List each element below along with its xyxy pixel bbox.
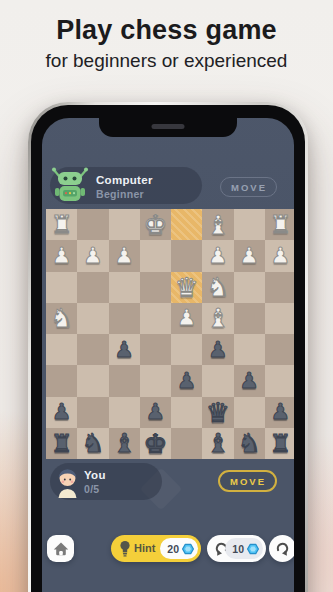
square-g7[interactable]	[77, 397, 108, 428]
square-a7[interactable]: ♟	[265, 397, 294, 428]
square-a8[interactable]: ♜	[265, 428, 294, 459]
square-g3[interactable]	[77, 272, 108, 303]
square-c7[interactable]: ♛	[202, 397, 233, 428]
black-pawn: ♟	[239, 370, 259, 392]
refresh-icon	[275, 541, 290, 556]
hint-button[interactable]: Hint 20	[111, 535, 201, 562]
robot-avatar	[50, 164, 90, 206]
square-a1[interactable]: ♜	[265, 209, 294, 240]
white-king: ♚	[143, 211, 167, 238]
white-pawn: ♟	[83, 245, 103, 267]
hint-cost: 20	[167, 543, 179, 555]
square-e2[interactable]	[140, 240, 171, 271]
square-b5[interactable]	[234, 334, 265, 365]
square-d8[interactable]	[171, 428, 202, 459]
square-b8[interactable]: ♞	[234, 428, 265, 459]
square-d7[interactable]	[171, 397, 202, 428]
square-h8[interactable]: ♜	[46, 428, 77, 459]
square-d1[interactable]	[171, 209, 202, 240]
player-top-name: Computer	[96, 174, 153, 186]
square-h1[interactable]: ♜	[46, 209, 77, 240]
square-f6[interactable]	[109, 365, 140, 396]
white-pawn: ♟	[208, 245, 228, 267]
square-h2[interactable]: ♟	[46, 240, 77, 271]
black-pawn: ♟	[146, 401, 166, 423]
page-subtitle: for beginners or experienced	[0, 50, 333, 72]
header: Play chess game for beginners or experie…	[0, 0, 333, 72]
square-b6[interactable]: ♟	[234, 365, 265, 396]
square-d3[interactable]: ♛	[171, 272, 202, 303]
square-e4[interactable]	[140, 303, 171, 334]
white-bishop: ♝	[206, 212, 229, 238]
square-h5[interactable]	[46, 334, 77, 365]
white-pawn: ♟	[271, 245, 291, 267]
phone-notch	[99, 118, 237, 137]
square-g6[interactable]	[77, 365, 108, 396]
square-e5[interactable]	[140, 334, 171, 365]
square-h7[interactable]: ♟	[46, 397, 77, 428]
square-g5[interactable]	[77, 334, 108, 365]
white-queen: ♛	[175, 274, 199, 301]
black-pawn: ♟	[208, 339, 228, 361]
square-f2[interactable]: ♟	[109, 240, 140, 271]
phone-bezel: Computer Beginner MOVE ♜♚♝♜♟♟♟♟♟♟♛♞♞♟♝♟♟…	[31, 105, 305, 592]
black-knight: ♞	[237, 430, 260, 456]
square-f1[interactable]	[109, 209, 140, 240]
black-pawn: ♟	[114, 339, 134, 361]
square-a6[interactable]	[265, 365, 294, 396]
square-d6[interactable]: ♟	[171, 365, 202, 396]
page-title: Play chess game	[0, 15, 333, 46]
square-c3[interactable]: ♞	[202, 272, 233, 303]
white-knight: ♞	[206, 274, 229, 300]
phone-frame: Computer Beginner MOVE ♜♚♝♜♟♟♟♟♟♟♛♞♞♟♝♟♟…	[28, 102, 308, 592]
square-h6[interactable]	[46, 365, 77, 396]
square-f8[interactable]: ♝	[109, 428, 140, 459]
black-pawn: ♟	[177, 370, 197, 392]
square-g8[interactable]: ♞	[77, 428, 108, 459]
white-pawn: ♟	[52, 245, 72, 267]
home-button[interactable]	[47, 535, 74, 562]
app-screen: Computer Beginner MOVE ♜♚♝♜♟♟♟♟♟♟♛♞♞♟♝♟♟…	[42, 118, 294, 592]
square-d2[interactable]	[171, 240, 202, 271]
black-knight: ♞	[81, 430, 104, 456]
phone-speaker	[152, 124, 185, 129]
lightbulb-icon	[119, 540, 131, 557]
square-b4[interactable]	[234, 303, 265, 334]
white-pawn: ♟	[114, 245, 134, 267]
player-bottom-score: 0/5	[84, 483, 100, 495]
white-rook: ♜	[50, 212, 72, 237]
player-bottom-name: You	[84, 469, 106, 481]
white-knight: ♞	[50, 305, 73, 331]
chess-board: ♜♚♝♜♟♟♟♟♟♟♛♞♞♟♝♟♟♟♟♟♟♛♟♜♞♝♚♝♞♜	[46, 209, 294, 459]
black-pawn: ♟	[271, 401, 291, 423]
square-f5[interactable]: ♟	[109, 334, 140, 365]
player-top-level: Beginner	[96, 188, 144, 200]
square-a5[interactable]	[265, 334, 294, 365]
black-bishop: ♝	[112, 430, 135, 456]
gem-icon	[181, 542, 195, 556]
square-c5[interactable]: ♟	[202, 334, 233, 365]
hint-cost-pill: 20	[160, 538, 198, 559]
square-c8[interactable]: ♝	[202, 428, 233, 459]
square-g1[interactable]	[77, 209, 108, 240]
undo-cost-pill: 10	[225, 538, 263, 559]
square-e3[interactable]	[140, 272, 171, 303]
square-c2[interactable]: ♟	[202, 240, 233, 271]
black-bishop: ♝	[206, 430, 229, 456]
square-a3[interactable]	[265, 272, 294, 303]
square-a4[interactable]	[265, 303, 294, 334]
square-b7[interactable]	[234, 397, 265, 428]
square-c6[interactable]	[202, 365, 233, 396]
gem-icon	[246, 542, 260, 556]
square-f4[interactable]	[109, 303, 140, 334]
move-button-bottom[interactable]: MOVE	[218, 470, 277, 492]
square-b1[interactable]	[234, 209, 265, 240]
square-d5[interactable]	[171, 334, 202, 365]
square-c4[interactable]: ♝	[202, 303, 233, 334]
black-pawn: ♟	[52, 401, 72, 423]
square-e1[interactable]: ♚	[140, 209, 171, 240]
square-f7[interactable]	[109, 397, 140, 428]
restart-button[interactable]	[269, 535, 294, 562]
square-e7[interactable]: ♟	[140, 397, 171, 428]
move-button-top[interactable]: MOVE	[220, 177, 277, 197]
home-icon	[53, 541, 69, 557]
square-f3[interactable]	[109, 272, 140, 303]
square-b3[interactable]	[234, 272, 265, 303]
square-e6[interactable]	[140, 365, 171, 396]
square-b2[interactable]: ♟	[234, 240, 265, 271]
square-e8[interactable]: ♚	[140, 428, 171, 459]
white-rook: ♜	[269, 212, 291, 237]
black-rook: ♜	[269, 431, 291, 456]
square-h3[interactable]	[46, 272, 77, 303]
white-bishop: ♝	[206, 305, 229, 331]
black-king: ♚	[143, 430, 167, 457]
black-rook: ♜	[50, 431, 72, 456]
undo-button[interactable]: 10	[207, 535, 266, 562]
white-pawn: ♟	[177, 307, 197, 329]
boy-avatar	[54, 465, 81, 498]
square-a2[interactable]: ♟	[265, 240, 294, 271]
undo-cost: 10	[232, 543, 244, 555]
square-g2[interactable]: ♟	[77, 240, 108, 271]
black-queen: ♛	[206, 399, 230, 426]
square-g4[interactable]	[77, 303, 108, 334]
square-d4[interactable]: ♟	[171, 303, 202, 334]
square-h4[interactable]: ♞	[46, 303, 77, 334]
white-pawn: ♟	[239, 245, 259, 267]
hint-label: Hint	[134, 542, 155, 554]
square-c1[interactable]: ♝	[202, 209, 233, 240]
